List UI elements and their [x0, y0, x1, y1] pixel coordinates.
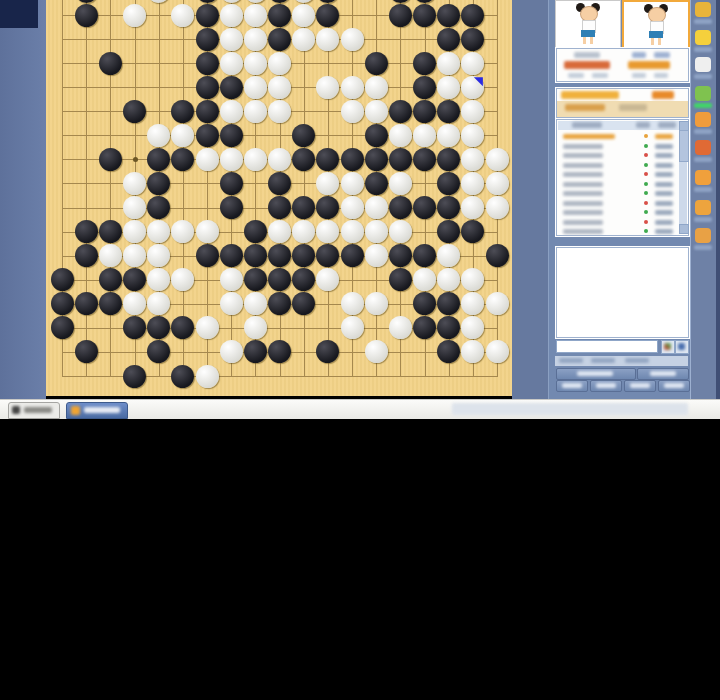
white-stone — [220, 100, 243, 123]
white-stone — [220, 292, 243, 315]
list-item[interactable] — [559, 180, 674, 189]
black-stone — [220, 196, 243, 219]
white-stone — [171, 124, 194, 147]
black-stone — [389, 148, 412, 171]
white-stone — [316, 76, 339, 99]
black-stone — [51, 292, 74, 315]
black-stone — [461, 28, 484, 51]
black-stone — [341, 244, 364, 267]
taskbar-right-segment — [452, 403, 688, 415]
black-stone — [365, 124, 388, 147]
tab-waiting-room[interactable] — [8, 402, 60, 419]
white-stone — [389, 124, 412, 147]
white-stone — [437, 244, 460, 267]
black-stone — [51, 268, 74, 291]
grid-line-v — [86, 0, 87, 377]
white-stone — [292, 220, 315, 243]
white-stone — [341, 172, 364, 195]
white-stone — [461, 268, 484, 291]
black-stone — [437, 100, 460, 123]
black-stone — [147, 340, 170, 363]
chick-icon[interactable] — [695, 30, 711, 45]
black-stone — [147, 172, 170, 195]
game-list-panel[interactable] — [555, 118, 690, 237]
white-stone — [196, 148, 219, 171]
black-stone — [437, 316, 460, 339]
black-stone — [196, 100, 219, 123]
white-stone — [413, 124, 436, 147]
white-stone — [365, 100, 388, 123]
player-card-left — [555, 0, 621, 48]
white-stone — [244, 100, 267, 123]
toolbar-label — [694, 217, 712, 222]
toolbar-label — [694, 19, 712, 24]
white-stone — [123, 4, 146, 27]
white-stone — [341, 76, 364, 99]
list-scrollbar[interactable] — [679, 121, 687, 234]
black-stone — [196, 0, 219, 3]
black-stone — [75, 4, 98, 27]
stone-search-icon[interactable] — [695, 57, 711, 72]
white-stone — [292, 4, 315, 27]
list-item[interactable] — [559, 142, 674, 151]
toolbar-label — [694, 103, 712, 108]
player-card-right-active — [622, 0, 690, 50]
trophy-icon[interactable] — [695, 2, 711, 17]
white-stone — [268, 52, 291, 75]
white-stone — [316, 28, 339, 51]
black-stone — [389, 244, 412, 267]
toolbar-label — [694, 74, 712, 79]
black-stone — [75, 244, 98, 267]
window-right-edge — [716, 0, 720, 399]
white-stone — [365, 76, 388, 99]
black-stone — [413, 52, 436, 75]
smiley-icon[interactable] — [695, 170, 711, 185]
avatar — [573, 3, 603, 45]
white-stone — [268, 76, 291, 99]
white-stone — [123, 244, 146, 267]
white-stone — [244, 292, 267, 315]
black-stone — [365, 52, 388, 75]
black-stone — [413, 76, 436, 99]
white-stone — [123, 172, 146, 195]
white-stone — [486, 292, 509, 315]
list-item[interactable] — [559, 189, 674, 198]
white-stone — [99, 244, 122, 267]
chat-input[interactable] — [556, 340, 658, 353]
tab-current-game-active[interactable] — [66, 402, 128, 419]
white-stone — [123, 220, 146, 243]
black-stone — [461, 220, 484, 243]
black-stone — [147, 316, 170, 339]
black-stone — [413, 148, 436, 171]
black-stone — [196, 28, 219, 51]
game-button-4[interactable] — [658, 380, 690, 392]
white-stone — [244, 0, 267, 3]
white-stone — [220, 4, 243, 27]
action-button-2[interactable] — [637, 368, 689, 380]
white-stone — [389, 316, 412, 339]
window-corner-fragment — [0, 0, 38, 28]
player-info-panel — [555, 47, 690, 83]
black-stone — [341, 148, 364, 171]
white-stone — [341, 292, 364, 315]
black-stone — [220, 76, 243, 99]
screen-black-area — [0, 419, 720, 700]
list-item[interactable] — [559, 218, 674, 227]
game-button-3[interactable] — [624, 380, 656, 392]
white-stone — [244, 28, 267, 51]
black-stone — [196, 52, 219, 75]
grid-line-v — [304, 0, 305, 377]
black-stone — [75, 0, 98, 3]
chat-history — [555, 246, 690, 339]
app-window — [0, 0, 720, 700]
taskbar — [0, 399, 720, 420]
white-stone — [461, 340, 484, 363]
toolbar-label — [694, 47, 712, 52]
white-stone — [341, 196, 364, 219]
white-stone — [147, 0, 170, 3]
black-stone — [389, 196, 412, 219]
star-point — [133, 157, 138, 162]
white-stone — [365, 340, 388, 363]
white-stone — [341, 220, 364, 243]
black-stone — [292, 196, 315, 219]
scroll-down-icon[interactable] — [679, 224, 689, 234]
white-stone — [365, 244, 388, 267]
piggy-icon[interactable] — [695, 200, 711, 215]
white-stone — [220, 52, 243, 75]
black-stone — [437, 28, 460, 51]
white-stone — [147, 124, 170, 147]
white-stone — [147, 244, 170, 267]
black-stone — [413, 292, 436, 315]
black-stone — [268, 292, 291, 315]
white-stone — [220, 340, 243, 363]
list-item[interactable] — [559, 161, 674, 170]
white-stone — [341, 100, 364, 123]
white-stone — [437, 124, 460, 147]
white-stone — [147, 292, 170, 315]
black-stone — [365, 172, 388, 195]
white-stone — [461, 148, 484, 171]
black-stone — [123, 268, 146, 291]
black-stone — [171, 365, 194, 388]
black-stone — [437, 196, 460, 219]
black-stone — [292, 244, 315, 267]
white-stone — [196, 365, 219, 388]
black-stone — [292, 148, 315, 171]
white-stone — [461, 52, 484, 75]
white-stone — [147, 220, 170, 243]
black-stone — [413, 0, 436, 3]
white-stone — [461, 196, 484, 219]
cake-icon[interactable] — [695, 140, 711, 155]
black-stone — [268, 172, 291, 195]
black-stone — [389, 268, 412, 291]
black-stone — [316, 340, 339, 363]
black-stone — [244, 244, 267, 267]
avatar — [641, 4, 671, 46]
white-stone — [365, 220, 388, 243]
bottle-icon[interactable] — [695, 86, 711, 101]
black-stone — [268, 244, 291, 267]
list-item[interactable] — [559, 151, 674, 160]
white-stone — [486, 340, 509, 363]
white-stone — [244, 148, 267, 171]
white-stone — [220, 0, 243, 3]
white-stone — [316, 172, 339, 195]
black-stone — [486, 244, 509, 267]
white-stone — [147, 268, 170, 291]
black-stone — [437, 172, 460, 195]
black-stone — [413, 4, 436, 27]
black-stone — [196, 244, 219, 267]
white-stone — [292, 28, 315, 51]
white-stone — [461, 100, 484, 123]
send-button[interactable] — [675, 340, 689, 354]
game-button-1[interactable] — [556, 380, 588, 392]
toolbar-label — [694, 187, 712, 192]
black-stone — [147, 196, 170, 219]
list-item[interactable] — [559, 227, 674, 236]
white-stone — [171, 220, 194, 243]
white-stone — [413, 268, 436, 291]
black-stone — [51, 316, 74, 339]
game-info-panel — [555, 87, 690, 119]
white-stone — [486, 172, 509, 195]
chat-options-row — [555, 356, 688, 366]
black-stone — [268, 268, 291, 291]
black-stone — [147, 148, 170, 171]
black-stone — [268, 4, 291, 27]
black-stone — [461, 4, 484, 27]
black-stone — [292, 268, 315, 291]
toolbar-label — [694, 129, 712, 134]
black-stone — [316, 196, 339, 219]
white-stone — [268, 220, 291, 243]
black-stone — [75, 292, 98, 315]
white-stone — [316, 220, 339, 243]
black-stone — [268, 28, 291, 51]
white-stone — [196, 220, 219, 243]
black-stone — [220, 244, 243, 267]
black-stone — [123, 316, 146, 339]
toolbar-label — [694, 245, 712, 250]
white-stone — [437, 52, 460, 75]
black-stone — [437, 4, 460, 27]
white-stone — [220, 28, 243, 51]
black-stone — [292, 292, 315, 315]
white-stone — [171, 4, 194, 27]
black-stone — [292, 124, 315, 147]
black-stone — [268, 196, 291, 219]
list-item[interactable] — [559, 132, 674, 141]
white-stone — [220, 268, 243, 291]
white-stone — [365, 196, 388, 219]
black-stone — [389, 100, 412, 123]
toolbar-label — [694, 157, 712, 162]
white-stone — [365, 292, 388, 315]
white-stone — [171, 268, 194, 291]
black-stone — [413, 244, 436, 267]
white-stone — [123, 196, 146, 219]
window-left-frame — [0, 0, 46, 399]
scroll-thumb[interactable] — [679, 130, 689, 162]
black-stone — [389, 0, 412, 3]
black-stone — [413, 100, 436, 123]
white-stone — [437, 268, 460, 291]
hand-icon[interactable] — [695, 112, 711, 127]
black-stone — [437, 220, 460, 243]
white-stone — [461, 292, 484, 315]
black-stone — [99, 52, 122, 75]
white-stone — [486, 148, 509, 171]
white-stone — [244, 316, 267, 339]
white-stone — [461, 124, 484, 147]
white-stone — [486, 196, 509, 219]
white-stone — [244, 76, 267, 99]
white-stone — [461, 316, 484, 339]
white-stone — [292, 0, 315, 3]
list-item[interactable] — [559, 199, 674, 208]
black-stone — [196, 4, 219, 27]
chat-input-row — [555, 340, 688, 353]
black-stone — [220, 124, 243, 147]
list-item[interactable] — [559, 208, 674, 217]
black-stone — [171, 148, 194, 171]
action-button-wide[interactable] — [556, 368, 636, 380]
black-stone — [171, 316, 194, 339]
black-stone — [389, 4, 412, 27]
list-item[interactable] — [559, 170, 674, 179]
black-stone — [365, 148, 388, 171]
white-stone — [341, 316, 364, 339]
black-stone — [220, 172, 243, 195]
black-stone — [268, 340, 291, 363]
white-stone — [123, 292, 146, 315]
go-board[interactable] — [46, 0, 512, 396]
white-stone — [389, 172, 412, 195]
black-stone — [196, 76, 219, 99]
black-stone — [196, 124, 219, 147]
white-stone — [268, 100, 291, 123]
black-stone — [437, 148, 460, 171]
black-stone — [99, 148, 122, 171]
white-stone — [220, 148, 243, 171]
white-stone — [389, 220, 412, 243]
black-stone — [316, 0, 339, 3]
black-stone — [75, 220, 98, 243]
black-stone — [244, 340, 267, 363]
game-button-2[interactable] — [590, 380, 622, 392]
black-stone — [437, 340, 460, 363]
black-stone — [268, 0, 291, 3]
black-stone — [123, 365, 146, 388]
black-stone — [316, 244, 339, 267]
white-stone — [437, 76, 460, 99]
black-stone — [244, 220, 267, 243]
white-stone — [341, 28, 364, 51]
black-stone — [413, 316, 436, 339]
black-stone — [123, 100, 146, 123]
black-stone — [437, 292, 460, 315]
black-stone — [99, 292, 122, 315]
black-stone — [99, 268, 122, 291]
black-stone — [316, 148, 339, 171]
black-stone — [171, 100, 194, 123]
white-stone — [268, 148, 291, 171]
white-stone — [244, 52, 267, 75]
black-stone — [75, 340, 98, 363]
list-header — [558, 121, 679, 130]
white-stone — [244, 4, 267, 27]
black-stone — [244, 268, 267, 291]
black-stone — [413, 196, 436, 219]
white-stone — [196, 316, 219, 339]
side-toolbar — [690, 0, 717, 399]
coin-hand-icon[interactable] — [695, 228, 711, 243]
emoticon-button[interactable] — [661, 340, 675, 354]
white-stone — [461, 172, 484, 195]
white-stone — [316, 268, 339, 291]
black-stone — [316, 4, 339, 27]
black-stone — [99, 220, 122, 243]
